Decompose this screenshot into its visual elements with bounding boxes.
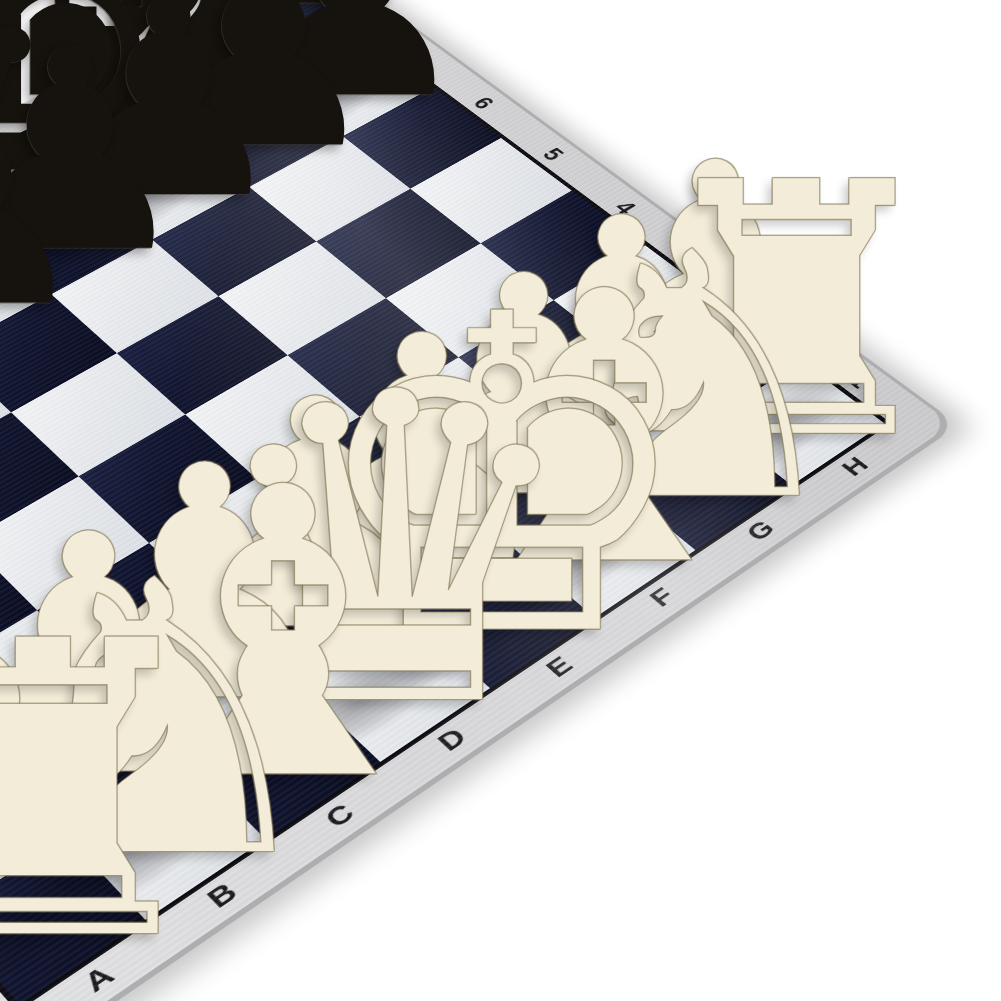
piece-white-rook-a1[interactable]: ♜ <box>0 589 226 996</box>
piece-black-pawn-d7[interactable]: ♟ <box>0 63 95 347</box>
photo-stage: AABBCCDDEEFFGGHH1122334455667788 ♜♞♝♛♚♝♞… <box>0 0 1001 1001</box>
